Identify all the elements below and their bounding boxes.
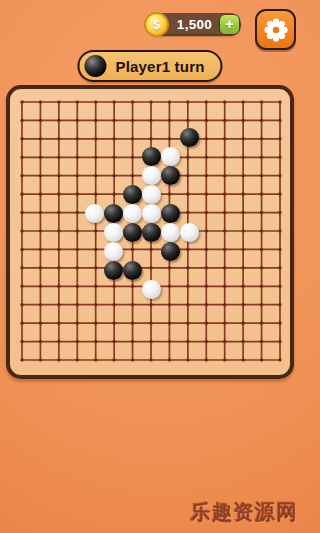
board-cell-r3c4[interactable] bbox=[85, 147, 104, 166]
board-cell-r8c8[interactable] bbox=[161, 242, 180, 261]
black-stone bbox=[180, 128, 199, 147]
board-cell-r8c14[interactable] bbox=[271, 242, 289, 261]
board-cell-r9c1[interactable] bbox=[31, 261, 49, 280]
watermark-text: 乐趣资源网 bbox=[191, 499, 299, 526]
board-cell-r14c11[interactable] bbox=[217, 352, 235, 370]
board-cell-r6c7[interactable] bbox=[142, 204, 161, 223]
board-cell-r7c10[interactable] bbox=[199, 223, 217, 242]
white-stone bbox=[123, 204, 142, 223]
board-cell-r4c1[interactable] bbox=[31, 166, 49, 185]
board-cell-r13c3[interactable] bbox=[67, 334, 85, 352]
board-cell-r2c2[interactable] bbox=[49, 128, 67, 147]
board-cell-r7c12[interactable] bbox=[235, 223, 253, 242]
board-cell-r11c10[interactable] bbox=[199, 299, 217, 317]
board-cell-r6c3[interactable] bbox=[67, 204, 85, 223]
coin-counter: $ 1,500 + bbox=[146, 13, 241, 36]
board-cell-r3c7[interactable] bbox=[142, 147, 161, 166]
board-cell-r2c0[interactable] bbox=[13, 128, 31, 147]
board-cell-r3c6[interactable] bbox=[123, 147, 142, 166]
board-cell-r2c1[interactable] bbox=[31, 128, 49, 147]
board-cell-r0c12[interactable] bbox=[235, 93, 253, 111]
board-cell-r13c13[interactable] bbox=[253, 334, 271, 352]
board-cell-r10c14[interactable] bbox=[271, 280, 289, 299]
board-cell-r1c2[interactable] bbox=[49, 111, 67, 129]
board-cell-r9c14[interactable] bbox=[271, 261, 289, 280]
board-cell-r8c9[interactable] bbox=[180, 242, 199, 261]
board-cell-r10c1[interactable] bbox=[31, 280, 49, 299]
board-cell-r12c14[interactable] bbox=[271, 317, 289, 335]
board-cell-r9c4[interactable] bbox=[85, 261, 104, 280]
board-cell-r8c13[interactable] bbox=[253, 242, 271, 261]
gomoku-board bbox=[6, 85, 294, 379]
board-cell-r11c0[interactable] bbox=[13, 299, 31, 317]
board-cell-r6c4[interactable] bbox=[85, 204, 104, 223]
board-cell-r3c10[interactable] bbox=[199, 147, 217, 166]
board-cell-r10c3[interactable] bbox=[67, 280, 85, 299]
board-cell-r9c3[interactable] bbox=[67, 261, 85, 280]
board-cell-r8c11[interactable] bbox=[217, 242, 235, 261]
board-cell-r3c14[interactable] bbox=[271, 147, 289, 166]
white-stone bbox=[104, 242, 123, 261]
black-stone bbox=[161, 242, 180, 261]
coin-icon: $ bbox=[144, 12, 169, 37]
board-cell-r4c0[interactable] bbox=[13, 166, 31, 185]
board-cell-r11c6[interactable] bbox=[123, 299, 142, 317]
board-cell-r7c3[interactable] bbox=[67, 223, 85, 242]
board-cell-r5c2[interactable] bbox=[49, 185, 67, 204]
board-cell-r10c6[interactable] bbox=[123, 280, 142, 299]
black-stone bbox=[104, 204, 123, 223]
board-cell-r4c13[interactable] bbox=[253, 166, 271, 185]
board-cell-r13c5[interactable] bbox=[104, 334, 123, 352]
board-cell-r2c6[interactable] bbox=[123, 128, 142, 147]
board-cell-r1c9[interactable] bbox=[180, 111, 199, 129]
board-cell-r8c6[interactable] bbox=[123, 242, 142, 261]
board-cell-r7c7[interactable] bbox=[142, 223, 161, 242]
board-cell-r11c14[interactable] bbox=[271, 299, 289, 317]
board-cell-r1c1[interactable] bbox=[31, 111, 49, 129]
board-cell-r5c0[interactable] bbox=[13, 185, 31, 204]
board-cell-r14c7[interactable] bbox=[142, 352, 161, 370]
board-cell-r0c11[interactable] bbox=[217, 93, 235, 111]
board-cell-r11c11[interactable] bbox=[217, 299, 235, 317]
board-cell-r1c13[interactable] bbox=[253, 111, 271, 129]
board-cell-r5c5[interactable] bbox=[104, 185, 123, 204]
board-cell-r13c10[interactable] bbox=[199, 334, 217, 352]
board-cell-r3c3[interactable] bbox=[67, 147, 85, 166]
board-cell-r10c7[interactable] bbox=[142, 280, 161, 299]
board-cell-r2c3[interactable] bbox=[67, 128, 85, 147]
board-cell-r11c4[interactable] bbox=[85, 299, 104, 317]
board-cell-r8c5[interactable] bbox=[104, 242, 123, 261]
board-cell-r3c2[interactable] bbox=[49, 147, 67, 166]
board-cell-r13c2[interactable] bbox=[49, 334, 67, 352]
board-cell-r0c7[interactable] bbox=[142, 93, 161, 111]
board-cell-r10c9[interactable] bbox=[180, 280, 199, 299]
board-cell-r10c8[interactable] bbox=[161, 280, 180, 299]
board-cell-r7c9[interactable] bbox=[180, 223, 199, 242]
board-cell-r11c8[interactable] bbox=[161, 299, 180, 317]
board-cell-r14c3[interactable] bbox=[67, 352, 85, 370]
board-cell-r0c10[interactable] bbox=[199, 93, 217, 111]
board-cell-r2c11[interactable] bbox=[217, 128, 235, 147]
board-cell-r2c8[interactable] bbox=[161, 128, 180, 147]
board-cell-r6c1[interactable] bbox=[31, 204, 49, 223]
board-cell-r4c11[interactable] bbox=[217, 166, 235, 185]
board-cell-r0c6[interactable] bbox=[123, 93, 142, 111]
board-cell-r9c12[interactable] bbox=[235, 261, 253, 280]
board-cell-r6c2[interactable] bbox=[49, 204, 67, 223]
board-cell-r10c4[interactable] bbox=[85, 280, 104, 299]
board-cell-r5c14[interactable] bbox=[271, 185, 289, 204]
board-cell-r14c13[interactable] bbox=[253, 352, 271, 370]
board-cell-r13c1[interactable] bbox=[31, 334, 49, 352]
board-cell-r1c10[interactable] bbox=[199, 111, 217, 129]
board-cell-r10c12[interactable] bbox=[235, 280, 253, 299]
board-cell-r13c7[interactable] bbox=[142, 334, 161, 352]
board-cell-r7c1[interactable] bbox=[31, 223, 49, 242]
board-cell-r8c3[interactable] bbox=[67, 242, 85, 261]
board-cell-r12c5[interactable] bbox=[104, 317, 123, 335]
black-stone bbox=[123, 261, 142, 280]
board-cell-r8c7[interactable] bbox=[142, 242, 161, 261]
board-cell-r14c8[interactable] bbox=[161, 352, 180, 370]
board-cell-r1c8[interactable] bbox=[161, 111, 180, 129]
board-cell-r3c11[interactable] bbox=[217, 147, 235, 166]
turn-banner: Player1 turn bbox=[77, 50, 222, 82]
white-stone bbox=[161, 223, 180, 242]
board-cell-r9c6[interactable] bbox=[123, 261, 142, 280]
board-cell-r13c8[interactable] bbox=[161, 334, 180, 352]
board-cell-r6c8[interactable] bbox=[161, 204, 180, 223]
board-cell-r13c9[interactable] bbox=[180, 334, 199, 352]
board-cell-r1c3[interactable] bbox=[67, 111, 85, 129]
board-cell-r14c12[interactable] bbox=[235, 352, 253, 370]
board-cell-r9c0[interactable] bbox=[13, 261, 31, 280]
board-cell-r5c3[interactable] bbox=[67, 185, 85, 204]
board-cell-r6c14[interactable] bbox=[271, 204, 289, 223]
board-cell-r2c14[interactable] bbox=[271, 128, 289, 147]
board-cell-r14c2[interactable] bbox=[49, 352, 67, 370]
black-stone-icon bbox=[84, 55, 106, 77]
board-cell-r0c5[interactable] bbox=[104, 93, 123, 111]
board-cell-r6c0[interactable] bbox=[13, 204, 31, 223]
board-cell-r2c9[interactable] bbox=[180, 128, 199, 147]
board-cell-r12c9[interactable] bbox=[180, 317, 199, 335]
board-cell-r12c2[interactable] bbox=[49, 317, 67, 335]
board-cell-r9c8[interactable] bbox=[161, 261, 180, 280]
board-cell-r13c11[interactable] bbox=[217, 334, 235, 352]
white-stone bbox=[142, 166, 161, 185]
board-cell-r0c8[interactable] bbox=[161, 93, 180, 111]
board-cell-r3c9[interactable] bbox=[180, 147, 199, 166]
board-cell-r14c10[interactable] bbox=[199, 352, 217, 370]
board-cell-r4c2[interactable] bbox=[49, 166, 67, 185]
board-cell-r7c8[interactable] bbox=[161, 223, 180, 242]
board-cell-r4c3[interactable] bbox=[67, 166, 85, 185]
board-cell-r0c13[interactable] bbox=[253, 93, 271, 111]
board-cell-r1c4[interactable] bbox=[85, 111, 104, 129]
board-cell-r1c11[interactable] bbox=[217, 111, 235, 129]
board-cell-r10c0[interactable] bbox=[13, 280, 31, 299]
black-stone bbox=[104, 261, 123, 280]
board-cell-r14c6[interactable] bbox=[123, 352, 142, 370]
board-cell-r1c12[interactable] bbox=[235, 111, 253, 129]
board-cell-r7c6[interactable] bbox=[123, 223, 142, 242]
board-cell-r5c4[interactable] bbox=[85, 185, 104, 204]
board-cell-r11c1[interactable] bbox=[31, 299, 49, 317]
board-cell-r8c1[interactable] bbox=[31, 242, 49, 261]
board-cell-r4c14[interactable] bbox=[271, 166, 289, 185]
board-cell-r7c0[interactable] bbox=[13, 223, 31, 242]
board-cell-r1c14[interactable] bbox=[271, 111, 289, 129]
coin-amount: 1,500 bbox=[170, 13, 219, 36]
board-cell-r10c13[interactable] bbox=[253, 280, 271, 299]
board-cell-r14c9[interactable] bbox=[180, 352, 199, 370]
board-cell-r0c2[interactable] bbox=[49, 93, 67, 111]
board-cell-r1c0[interactable] bbox=[13, 111, 31, 129]
board-cell-r4c10[interactable] bbox=[199, 166, 217, 185]
board-cell-r2c10[interactable] bbox=[199, 128, 217, 147]
board-cell-r11c13[interactable] bbox=[253, 299, 271, 317]
board-cell-r12c4[interactable] bbox=[85, 317, 104, 335]
board-cell-r11c9[interactable] bbox=[180, 299, 199, 317]
board-cell-r4c8[interactable] bbox=[161, 166, 180, 185]
board-cell-r14c4[interactable] bbox=[85, 352, 104, 370]
board-cell-r0c1[interactable] bbox=[31, 93, 49, 111]
board-cell-r6c13[interactable] bbox=[253, 204, 271, 223]
board-cell-r5c8[interactable] bbox=[161, 185, 180, 204]
board-cell-r12c0[interactable] bbox=[13, 317, 31, 335]
white-stone bbox=[180, 223, 199, 242]
board-cell-r3c12[interactable] bbox=[235, 147, 253, 166]
board-cell-r3c5[interactable] bbox=[104, 147, 123, 166]
board-cells bbox=[13, 93, 289, 369]
board-cell-r3c8[interactable] bbox=[161, 147, 180, 166]
board-cell-r0c3[interactable] bbox=[67, 93, 85, 111]
board-cell-r3c1[interactable] bbox=[31, 147, 49, 166]
white-stone bbox=[85, 204, 104, 223]
board-cell-r5c12[interactable] bbox=[235, 185, 253, 204]
board-cell-r10c5[interactable] bbox=[104, 280, 123, 299]
board-cell-r0c9[interactable] bbox=[180, 93, 199, 111]
board-cell-r8c4[interactable] bbox=[85, 242, 104, 261]
board-cell-r6c10[interactable] bbox=[199, 204, 217, 223]
board-cell-r12c8[interactable] bbox=[161, 317, 180, 335]
board-cell-r6c12[interactable] bbox=[235, 204, 253, 223]
board-cell-r5c9[interactable] bbox=[180, 185, 199, 204]
board-cell-r0c4[interactable] bbox=[85, 93, 104, 111]
board-cell-r7c2[interactable] bbox=[49, 223, 67, 242]
black-stone bbox=[123, 185, 142, 204]
board-cell-r0c0[interactable] bbox=[13, 93, 31, 111]
board-cell-r13c12[interactable] bbox=[235, 334, 253, 352]
board-cell-r5c1[interactable] bbox=[31, 185, 49, 204]
board-cell-r3c0[interactable] bbox=[13, 147, 31, 166]
settings-button[interactable] bbox=[255, 9, 296, 50]
board-cell-r14c1[interactable] bbox=[31, 352, 49, 370]
board-cell-r12c10[interactable] bbox=[199, 317, 217, 335]
board-cell-r13c0[interactable] bbox=[13, 334, 31, 352]
board-cell-r1c6[interactable] bbox=[123, 111, 142, 129]
board-cell-r8c2[interactable] bbox=[49, 242, 67, 261]
board-cell-r6c5[interactable] bbox=[104, 204, 123, 223]
board-cell-r10c2[interactable] bbox=[49, 280, 67, 299]
board-cell-r1c7[interactable] bbox=[142, 111, 161, 129]
board-cell-r7c13[interactable] bbox=[253, 223, 271, 242]
board-cell-r4c9[interactable] bbox=[180, 166, 199, 185]
board-cell-r5c6[interactable] bbox=[123, 185, 142, 204]
board-cell-r9c2[interactable] bbox=[49, 261, 67, 280]
board-cell-r4c4[interactable] bbox=[85, 166, 104, 185]
board-cell-r11c3[interactable] bbox=[67, 299, 85, 317]
board-cell-r12c7[interactable] bbox=[142, 317, 161, 335]
board-cell-r12c13[interactable] bbox=[253, 317, 271, 335]
board-cell-r13c6[interactable] bbox=[123, 334, 142, 352]
white-stone bbox=[142, 204, 161, 223]
board-cell-r9c5[interactable] bbox=[104, 261, 123, 280]
gear-icon bbox=[263, 17, 289, 43]
board-cell-r3c13[interactable] bbox=[253, 147, 271, 166]
board-cell-r12c11[interactable] bbox=[217, 317, 235, 335]
board-cell-r10c11[interactable] bbox=[217, 280, 235, 299]
black-stone bbox=[123, 223, 142, 242]
white-stone bbox=[142, 185, 161, 204]
board-cell-r8c0[interactable] bbox=[13, 242, 31, 261]
board-cell-r12c1[interactable] bbox=[31, 317, 49, 335]
board-cell-r2c4[interactable] bbox=[85, 128, 104, 147]
board-cell-r12c3[interactable] bbox=[67, 317, 85, 335]
add-coins-button[interactable]: + bbox=[219, 14, 240, 35]
turn-label: Player1 turn bbox=[115, 58, 204, 75]
board-cell-r9c11[interactable] bbox=[217, 261, 235, 280]
board-cell-r11c2[interactable] bbox=[49, 299, 67, 317]
board-cell-r2c7[interactable] bbox=[142, 128, 161, 147]
board-cell-r11c5[interactable] bbox=[104, 299, 123, 317]
board-cell-r7c5[interactable] bbox=[104, 223, 123, 242]
board-cell-r8c12[interactable] bbox=[235, 242, 253, 261]
board-cell-r5c11[interactable] bbox=[217, 185, 235, 204]
board-cell-r4c5[interactable] bbox=[104, 166, 123, 185]
board-cell-r8c10[interactable] bbox=[199, 242, 217, 261]
board-cell-r14c5[interactable] bbox=[104, 352, 123, 370]
board-cell-r9c10[interactable] bbox=[199, 261, 217, 280]
board-cell-r5c7[interactable] bbox=[142, 185, 161, 204]
board-cell-r2c13[interactable] bbox=[253, 128, 271, 147]
board-cell-r0c14[interactable] bbox=[271, 93, 289, 111]
board-cell-r4c6[interactable] bbox=[123, 166, 142, 185]
black-stone bbox=[142, 223, 161, 242]
board-cell-r7c4[interactable] bbox=[85, 223, 104, 242]
board-cell-r11c7[interactable] bbox=[142, 299, 161, 317]
board-cell-r13c4[interactable] bbox=[85, 334, 104, 352]
board-cell-r14c0[interactable] bbox=[13, 352, 31, 370]
board-cell-r9c13[interactable] bbox=[253, 261, 271, 280]
board-cell-r11c12[interactable] bbox=[235, 299, 253, 317]
board-cell-r5c10[interactable] bbox=[199, 185, 217, 204]
board-cell-r4c12[interactable] bbox=[235, 166, 253, 185]
board-cell-r2c5[interactable] bbox=[104, 128, 123, 147]
board-cell-r6c6[interactable] bbox=[123, 204, 142, 223]
board-cell-r12c12[interactable] bbox=[235, 317, 253, 335]
board-cell-r13c14[interactable] bbox=[271, 334, 289, 352]
board-cell-r9c9[interactable] bbox=[180, 261, 199, 280]
board-cell-r2c12[interactable] bbox=[235, 128, 253, 147]
black-stone bbox=[161, 204, 180, 223]
board-cell-r4c7[interactable] bbox=[142, 166, 161, 185]
board-cell-r1c5[interactable] bbox=[104, 111, 123, 129]
board-cell-r7c11[interactable] bbox=[217, 223, 235, 242]
board-cell-r14c14[interactable] bbox=[271, 352, 289, 370]
board-cell-r5c13[interactable] bbox=[253, 185, 271, 204]
white-stone bbox=[161, 147, 180, 166]
black-stone bbox=[142, 147, 161, 166]
board-cell-r6c11[interactable] bbox=[217, 204, 235, 223]
board-cell-r12c6[interactable] bbox=[123, 317, 142, 335]
white-stone bbox=[142, 280, 161, 299]
board-cell-r7c14[interactable] bbox=[271, 223, 289, 242]
black-stone bbox=[161, 166, 180, 185]
board-cell-r9c7[interactable] bbox=[142, 261, 161, 280]
board-cell-r10c10[interactable] bbox=[199, 280, 217, 299]
white-stone bbox=[104, 223, 123, 242]
board-cell-r6c9[interactable] bbox=[180, 204, 199, 223]
